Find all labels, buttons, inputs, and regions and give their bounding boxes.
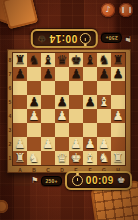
piece-black-pawn[interactable]: ♟ (42, 67, 53, 81)
square-c2[interactable]: ♟ (41, 137, 55, 151)
square-c1[interactable] (41, 151, 55, 165)
square-d4[interactable]: ♟ (55, 109, 69, 123)
piece-white-pawn[interactable]: ♟ (112, 109, 123, 123)
rank-label: 8 (7, 53, 13, 67)
square-f4[interactable] (83, 109, 97, 123)
chess-board: ♜♞♝♛♚♝♞♜♟♟♟♟♟♟♟♟♝♟♟♟♟♟♟♟♟♜♞♛♚♝♞♜ 8765432… (7, 49, 131, 173)
square-h1[interactable]: ♜ (111, 151, 125, 165)
piece-white-pawn[interactable]: ♟ (98, 137, 109, 151)
piece-white-pawn[interactable]: ♟ (42, 137, 53, 151)
square-c4[interactable] (41, 109, 55, 123)
square-b3[interactable] (27, 123, 41, 137)
square-g1[interactable]: ♞ (97, 151, 111, 165)
square-e7[interactable]: ♟ (69, 67, 83, 81)
piece-white-pawn[interactable]: ♟ (28, 109, 39, 123)
square-g4[interactable] (97, 109, 111, 123)
square-g6[interactable] (97, 81, 111, 95)
piece-black-knight[interactable]: ♞ (28, 53, 39, 67)
player-bar: ⚑ 250+ 00:09 ♚ (31, 171, 132, 190)
file-label: A (13, 167, 27, 173)
square-c5[interactable] (41, 95, 55, 109)
square-g7[interactable]: ♟ (97, 67, 111, 81)
square-g2[interactable]: ♟ (97, 137, 111, 151)
square-g8[interactable]: ♞ (97, 53, 111, 67)
piece-white-bishop[interactable]: ♝ (98, 95, 109, 109)
square-d3[interactable] (55, 123, 69, 137)
piece-black-king[interactable]: ♚ (70, 53, 81, 67)
square-d6[interactable] (55, 81, 69, 95)
square-b6[interactable] (27, 81, 41, 95)
piece-black-rook[interactable]: ♜ (112, 53, 123, 67)
piece-white-pawn[interactable]: ♟ (70, 137, 81, 151)
opponent-player-bar: ⚑ 250+ 00:14 ♚ (31, 29, 132, 48)
square-b4[interactable]: ♟ (27, 109, 41, 123)
piece-black-bishop[interactable]: ♝ (84, 53, 95, 67)
piece-black-queen[interactable]: ♛ (56, 53, 67, 67)
piece-white-queen[interactable]: ♛ (56, 151, 67, 165)
square-c3[interactable] (41, 123, 55, 137)
rank-label: 3 (7, 123, 13, 137)
square-f2[interactable]: ♟ (83, 137, 97, 151)
square-a2[interactable]: ♟ (13, 137, 27, 151)
square-f3[interactable] (83, 123, 97, 137)
piece-black-pawn[interactable]: ♟ (14, 67, 25, 81)
rank-label: 6 (7, 81, 13, 95)
square-f1[interactable]: ♝ (83, 151, 97, 165)
square-b2[interactable] (27, 137, 41, 151)
square-d8[interactable]: ♛ (55, 53, 69, 67)
square-e3[interactable] (69, 123, 83, 137)
piece-white-pawn[interactable]: ♟ (56, 109, 67, 123)
square-h4[interactable]: ♟ (111, 109, 125, 123)
square-e8[interactable]: ♚ (69, 53, 83, 67)
flag-icon: ⚑ (125, 34, 132, 43)
flag-icon: ⚑ (31, 176, 38, 185)
square-f7[interactable] (83, 67, 97, 81)
piece-black-rook[interactable]: ♜ (14, 53, 25, 67)
square-a6[interactable] (13, 81, 27, 95)
rank-label: 1 (7, 151, 13, 165)
square-h3[interactable] (111, 123, 125, 137)
square-a5[interactable] (13, 95, 27, 109)
rank-label: 5 (7, 95, 13, 109)
square-h2[interactable] (111, 137, 125, 151)
square-h8[interactable]: ♜ (111, 53, 125, 67)
piece-white-rook[interactable]: ♜ (112, 151, 123, 165)
square-e2[interactable]: ♟ (69, 137, 83, 151)
square-a3[interactable] (13, 123, 27, 137)
square-a7[interactable]: ♟ (13, 67, 27, 81)
square-d1[interactable]: ♛ (55, 151, 69, 165)
square-c8[interactable]: ♝ (41, 53, 55, 67)
square-g3[interactable] (97, 123, 111, 137)
black-king-icon: ♚ (38, 34, 46, 43)
opponent-time: 00:14 (49, 33, 77, 44)
piece-white-knight[interactable]: ♞ (98, 151, 109, 165)
rank-label: 4 (7, 109, 13, 123)
pause-icon (122, 7, 131, 13)
piece-black-pawn[interactable]: ♟ (98, 67, 109, 81)
piece-white-pawn[interactable]: ♟ (84, 137, 95, 151)
piece-white-king[interactable]: ♚ (70, 151, 81, 165)
square-a8[interactable]: ♜ (13, 53, 27, 67)
square-f6[interactable] (83, 81, 97, 95)
music-note-icon: ♪ (105, 6, 110, 14)
square-h7[interactable]: ♟ (111, 67, 125, 81)
clock-icon (72, 175, 83, 186)
square-c7[interactable]: ♟ (41, 67, 55, 81)
piece-black-pawn[interactable]: ♟ (28, 95, 39, 109)
rank-label: 7 (7, 67, 13, 81)
square-e6[interactable] (69, 81, 83, 95)
piece-black-pawn[interactable]: ♟ (112, 67, 123, 81)
square-e1[interactable]: ♚ (69, 151, 83, 165)
player-time: 00:09 (86, 175, 114, 186)
player-timer-panel: 00:09 ♚ (65, 171, 132, 190)
opponent-rating-badge: 250+ (101, 34, 121, 44)
square-e5[interactable] (69, 95, 83, 109)
square-h6[interactable] (111, 81, 125, 95)
rank-label: 2 (7, 137, 13, 151)
square-f8[interactable]: ♝ (83, 53, 97, 67)
square-a1[interactable]: ♜ (13, 151, 27, 165)
player-rating-badge: 250+ (41, 176, 61, 186)
square-d5[interactable]: ♟ (55, 95, 69, 109)
square-a4[interactable] (13, 109, 27, 123)
square-d7[interactable] (55, 67, 69, 81)
piece-white-knight[interactable]: ♞ (28, 151, 39, 165)
square-g5[interactable]: ♝ (97, 95, 111, 109)
square-b5[interactable]: ♟ (27, 95, 41, 109)
piece-white-rook[interactable]: ♜ (14, 151, 25, 165)
piece-white-bishop[interactable]: ♝ (84, 151, 95, 165)
chess-app-screen: ♪ ⚑ 250+ 00:14 ♚ ♜♞♝♛♚♝♞♜♟♟♟♟♟♟♟♟♝♟♟♟♟♟♟… (0, 0, 138, 220)
piece-black-pawn[interactable]: ♟ (70, 67, 81, 81)
square-d2[interactable] (55, 137, 69, 151)
rank-labels: 87654321 (7, 53, 13, 165)
square-b1[interactable]: ♞ (27, 151, 41, 165)
opponent-timer-panel: 00:14 ♚ (31, 29, 98, 48)
square-c6[interactable] (41, 81, 55, 95)
square-e4[interactable] (69, 109, 83, 123)
clock-icon (80, 33, 91, 44)
piece-black-pawn[interactable]: ♟ (84, 95, 95, 109)
square-h5[interactable] (111, 95, 125, 109)
corner-dot-decoration (0, 200, 8, 213)
pause-button[interactable] (119, 3, 133, 17)
piece-black-pawn[interactable]: ♟ (56, 95, 67, 109)
square-b8[interactable]: ♞ (27, 53, 41, 67)
square-b7[interactable] (27, 67, 41, 81)
white-king-icon: ♚ (117, 176, 125, 185)
corner-tile-decoration (2, 0, 38, 29)
piece-black-bishop[interactable]: ♝ (42, 53, 53, 67)
board-grid: ♜♞♝♛♚♝♞♜♟♟♟♟♟♟♟♟♝♟♟♟♟♟♟♟♟♜♞♛♚♝♞♜ (13, 53, 125, 165)
square-f5[interactable]: ♟ (83, 95, 97, 109)
piece-white-pawn[interactable]: ♟ (14, 137, 25, 151)
music-toggle-button[interactable]: ♪ (101, 3, 115, 17)
piece-black-knight[interactable]: ♞ (98, 53, 109, 67)
